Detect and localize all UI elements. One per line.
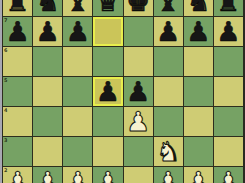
black-pawn: ♟ (186, 17, 210, 46)
black-rook: ♜ (216, 0, 240, 16)
square-g7[interactable]: ♟ (184, 17, 213, 46)
square-e6[interactable] (124, 47, 153, 76)
square-g4[interactable] (184, 107, 213, 136)
black-pawn: ♟ (66, 17, 90, 46)
square-a6[interactable]: 6 (3, 47, 32, 76)
square-h4[interactable] (214, 107, 243, 136)
white-pawn: ♟ (186, 167, 210, 183)
black-king: ♚ (126, 0, 150, 16)
white-pawn: ♟ (156, 167, 180, 183)
window-edge-right (243, 0, 245, 183)
square-a5[interactable]: 5 (3, 77, 32, 106)
square-c3[interactable] (63, 137, 92, 166)
square-f4[interactable] (154, 107, 183, 136)
square-e3[interactable] (124, 137, 153, 166)
white-pawn: ♟ (66, 167, 90, 183)
black-queen: ♛ (96, 0, 120, 16)
square-d2[interactable]: ♟ (93, 167, 122, 183)
square-d7[interactable] (93, 17, 122, 46)
black-pawn: ♟ (96, 77, 120, 106)
square-b4[interactable] (33, 107, 62, 136)
black-bishop: ♝ (156, 0, 180, 16)
white-pawn: ♟ (96, 167, 120, 183)
square-d4[interactable] (93, 107, 122, 136)
rank-label: 5 (4, 77, 7, 83)
square-g2[interactable]: ♟ (184, 167, 213, 183)
square-b5[interactable] (33, 77, 62, 106)
window-edge-left (0, 0, 2, 183)
square-e5[interactable]: ♟ (124, 77, 153, 106)
square-c8[interactable]: ♝ (63, 0, 92, 16)
square-h5[interactable] (214, 77, 243, 106)
square-f2[interactable]: ♟ (154, 167, 183, 183)
black-pawn: ♟ (126, 77, 150, 106)
square-f8[interactable]: ♝ (154, 0, 183, 16)
square-b6[interactable] (33, 47, 62, 76)
square-f5[interactable] (154, 77, 183, 106)
white-pawn: ♟ (216, 167, 240, 183)
black-rook: ♜ (5, 0, 29, 16)
square-g6[interactable] (184, 47, 213, 76)
rank-label: 4 (4, 107, 7, 113)
square-c5[interactable] (63, 77, 92, 106)
black-pawn: ♟ (156, 17, 180, 46)
square-f7[interactable]: ♟ (154, 17, 183, 46)
square-h2[interactable]: ♟ (214, 167, 243, 183)
square-d8[interactable]: ♛ (93, 0, 122, 16)
black-pawn: ♟ (5, 17, 29, 46)
square-h7[interactable]: ♟ (214, 17, 243, 46)
white-knight: ♞ (156, 137, 180, 166)
square-c6[interactable] (63, 47, 92, 76)
square-d6[interactable] (93, 47, 122, 76)
rank-label: 3 (4, 137, 7, 143)
chess-board-viewport: 8♜♞♝♛♚♝♞♜7♟♟♟♟♟♟65♟♟4♟3♞2♟♟♟♟♟♟♟1♜♞♝♛♚♝♜ (0, 0, 245, 183)
square-h3[interactable] (214, 137, 243, 166)
black-bishop: ♝ (66, 0, 90, 16)
square-b3[interactable] (33, 137, 62, 166)
black-knight: ♞ (186, 0, 210, 16)
square-e2[interactable] (124, 167, 153, 183)
square-c7[interactable]: ♟ (63, 17, 92, 46)
square-d5[interactable]: ♟ (93, 77, 122, 106)
square-a3[interactable]: 3 (3, 137, 32, 166)
square-f6[interactable] (154, 47, 183, 76)
rank-label: 6 (4, 47, 7, 53)
square-e8[interactable]: ♚ (124, 0, 153, 16)
rank-label: 7 (4, 17, 7, 23)
black-knight: ♞ (36, 0, 60, 16)
square-c4[interactable] (63, 107, 92, 136)
square-c2[interactable]: ♟ (63, 167, 92, 183)
square-g3[interactable] (184, 137, 213, 166)
square-f3[interactable]: ♞ (154, 137, 183, 166)
chess-board: 8♜♞♝♛♚♝♞♜7♟♟♟♟♟♟65♟♟4♟3♞2♟♟♟♟♟♟♟1♜♞♝♛♚♝♜ (2, 0, 243, 183)
square-g8[interactable]: ♞ (184, 0, 213, 16)
white-pawn: ♟ (36, 167, 60, 183)
square-e7[interactable] (124, 17, 153, 46)
square-b7[interactable]: ♟ (33, 17, 62, 46)
black-pawn: ♟ (216, 17, 240, 46)
square-a2[interactable]: 2♟ (3, 167, 32, 183)
square-e4[interactable]: ♟ (124, 107, 153, 136)
square-d3[interactable] (93, 137, 122, 166)
white-pawn: ♟ (126, 107, 150, 136)
square-h6[interactable] (214, 47, 243, 76)
white-pawn: ♟ (5, 167, 29, 183)
square-a8[interactable]: 8♜ (3, 0, 32, 16)
rank-label: 2 (4, 167, 7, 173)
square-b2[interactable]: ♟ (33, 167, 62, 183)
square-h8[interactable]: ♜ (214, 0, 243, 16)
square-g5[interactable] (184, 77, 213, 106)
square-a7[interactable]: 7♟ (3, 17, 32, 46)
square-a4[interactable]: 4 (3, 107, 32, 136)
square-b8[interactable]: ♞ (33, 0, 62, 16)
black-pawn: ♟ (36, 17, 60, 46)
